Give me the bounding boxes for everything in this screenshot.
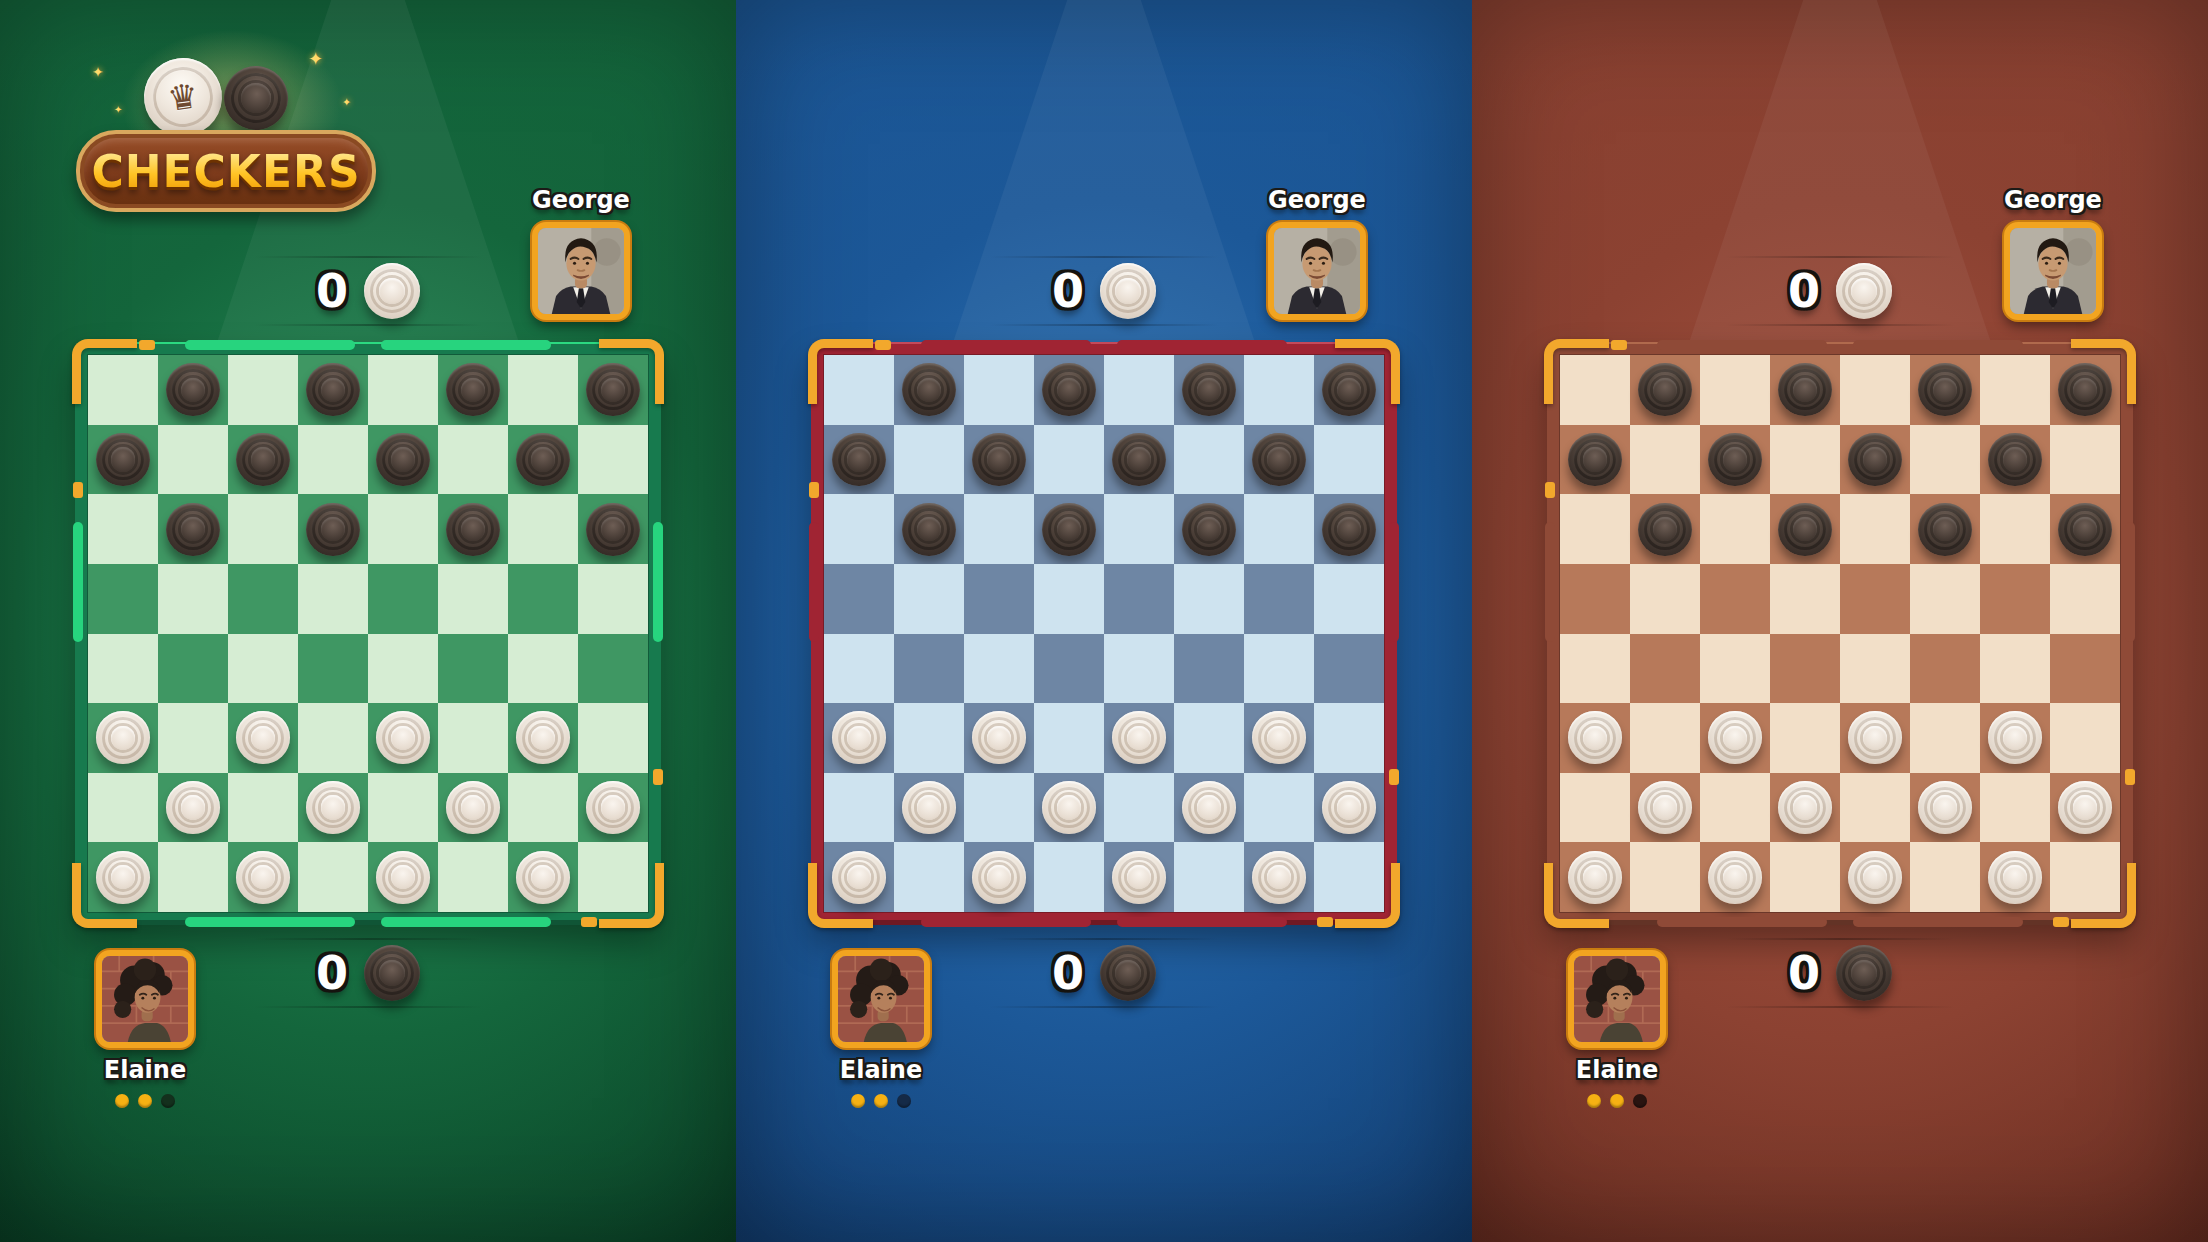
board-square[interactable]: [1910, 564, 1980, 634]
board-square[interactable]: [1560, 703, 1630, 773]
board-grid: [88, 355, 648, 912]
board-square[interactable]: [438, 494, 508, 564]
board-square[interactable]: [1770, 773, 1840, 843]
opponent-plate: George: [532, 186, 630, 320]
board-square[interactable]: [1174, 634, 1244, 704]
light-piece[interactable]: [236, 711, 289, 764]
light-piece[interactable]: [1182, 781, 1235, 834]
logo-dark-piece-icon: [218, 60, 294, 136]
board-square[interactable]: [2050, 703, 2120, 773]
board-square[interactable]: [508, 634, 578, 704]
light-piece[interactable]: [376, 851, 429, 904]
board-square[interactable]: [1910, 842, 1980, 912]
light-piece[interactable]: [1778, 781, 1831, 834]
board-square[interactable]: [1104, 355, 1174, 425]
board-square[interactable]: [1840, 355, 1910, 425]
board-square[interactable]: [298, 425, 368, 495]
dark-piece[interactable]: [1708, 433, 1761, 486]
light-piece[interactable]: [1322, 781, 1375, 834]
board-square[interactable]: [158, 634, 228, 704]
board-square[interactable]: [578, 425, 648, 495]
board-square[interactable]: [1104, 842, 1174, 912]
george-avatar[interactable]: [532, 222, 630, 320]
board-square[interactable]: [368, 425, 438, 495]
board-square[interactable]: [1314, 842, 1384, 912]
dark-piece[interactable]: [1112, 433, 1165, 486]
board-square[interactable]: [1174, 842, 1244, 912]
board-square[interactable]: [1560, 564, 1630, 634]
board-square[interactable]: [2050, 842, 2120, 912]
board-square[interactable]: [158, 425, 228, 495]
dark-piece[interactable]: [306, 503, 359, 556]
divider-line: [989, 1006, 1219, 1008]
board-square[interactable]: [1244, 703, 1314, 773]
dark-piece[interactable]: [2058, 503, 2111, 556]
board-square[interactable]: [578, 634, 648, 704]
board-square[interactable]: [508, 425, 578, 495]
george-avatar[interactable]: [1268, 222, 1366, 320]
elaine-avatar[interactable]: [832, 950, 930, 1048]
board-square[interactable]: [824, 842, 894, 912]
dark-piece[interactable]: [306, 363, 359, 416]
checkers-board: [1547, 342, 2133, 925]
board-square[interactable]: [824, 355, 894, 425]
board-square[interactable]: [1244, 425, 1314, 495]
board-square[interactable]: [1174, 564, 1244, 634]
board-square[interactable]: [228, 773, 298, 843]
board-square[interactable]: [438, 425, 508, 495]
board-square[interactable]: [298, 564, 368, 634]
dark-piece[interactable]: [1322, 503, 1375, 556]
dark-piece[interactable]: [166, 363, 219, 416]
elaine-avatar[interactable]: [96, 950, 194, 1048]
light-piece[interactable]: [376, 711, 429, 764]
player-name: Elaine: [104, 1056, 186, 1084]
board-square[interactable]: [578, 355, 648, 425]
light-piece[interactable]: [902, 781, 955, 834]
board-square[interactable]: [1630, 355, 1700, 425]
board-square[interactable]: [894, 425, 964, 495]
light-piece[interactable]: [1112, 711, 1165, 764]
board-square[interactable]: [1630, 634, 1700, 704]
divider-line: [989, 324, 1219, 326]
elaine-avatar[interactable]: [1568, 950, 1666, 1048]
board-square[interactable]: [1910, 494, 1980, 564]
board-square[interactable]: [1910, 634, 1980, 704]
board-square[interactable]: [298, 634, 368, 704]
board-square[interactable]: [894, 634, 964, 704]
board-square[interactable]: [438, 564, 508, 634]
board-square[interactable]: [1104, 703, 1174, 773]
board-square[interactable]: [1104, 494, 1174, 564]
board-square[interactable]: [1770, 842, 1840, 912]
board-square[interactable]: [1980, 425, 2050, 495]
board-square[interactable]: [228, 564, 298, 634]
board-square[interactable]: [438, 773, 508, 843]
dark-piece[interactable]: [1252, 433, 1305, 486]
dark-piece[interactable]: [586, 363, 639, 416]
dark-piece[interactable]: [376, 433, 429, 486]
board-square[interactable]: [1700, 773, 1770, 843]
dark-piece[interactable]: [1778, 503, 1831, 556]
board-square[interactable]: [824, 564, 894, 634]
board-square[interactable]: [508, 494, 578, 564]
board-square[interactable]: [508, 355, 578, 425]
board-square[interactable]: [964, 355, 1034, 425]
board-square[interactable]: [1314, 773, 1384, 843]
dark-piece[interactable]: [1042, 363, 1095, 416]
match-progress-dots: [115, 1094, 175, 1108]
light-piece[interactable]: [972, 851, 1025, 904]
board-square[interactable]: [2050, 494, 2120, 564]
light-piece-icon: [1100, 263, 1156, 319]
dark-piece[interactable]: [1988, 433, 2041, 486]
board-square[interactable]: [1840, 703, 1910, 773]
board-square[interactable]: [1980, 355, 2050, 425]
board-square[interactable]: [1910, 355, 1980, 425]
board-square[interactable]: [1770, 355, 1840, 425]
dark-piece[interactable]: [902, 363, 955, 416]
board-square[interactable]: [1034, 842, 1104, 912]
board-square[interactable]: [1244, 842, 1314, 912]
board-square[interactable]: [508, 842, 578, 912]
board-square[interactable]: [894, 355, 964, 425]
dark-piece[interactable]: [1568, 433, 1621, 486]
board-square[interactable]: [1314, 494, 1384, 564]
board-square[interactable]: [1630, 703, 1700, 773]
dark-piece[interactable]: [2058, 363, 2111, 416]
board-square[interactable]: [1244, 773, 1314, 843]
board-square[interactable]: [1700, 425, 1770, 495]
board-square[interactable]: [228, 703, 298, 773]
match-dot: [897, 1094, 911, 1108]
light-piece[interactable]: [96, 851, 149, 904]
opponent-score: 0: [1788, 268, 1820, 314]
board-square[interactable]: [88, 703, 158, 773]
board-square[interactable]: [1034, 703, 1104, 773]
board-square[interactable]: [438, 355, 508, 425]
board-square[interactable]: [228, 634, 298, 704]
board-square[interactable]: [88, 494, 158, 564]
board-square[interactable]: [1034, 773, 1104, 843]
board-square[interactable]: [158, 564, 228, 634]
dark-piece[interactable]: [1182, 503, 1235, 556]
board-square[interactable]: [508, 564, 578, 634]
board-square[interactable]: [1980, 494, 2050, 564]
board-square[interactable]: [578, 842, 648, 912]
board-square[interactable]: [228, 425, 298, 495]
board-square[interactable]: [158, 842, 228, 912]
board-square[interactable]: [1980, 564, 2050, 634]
board-square[interactable]: [228, 842, 298, 912]
board-square[interactable]: [1630, 425, 1700, 495]
board-square[interactable]: [824, 494, 894, 564]
dark-piece[interactable]: [1182, 363, 1235, 416]
dark-piece[interactable]: [1638, 503, 1691, 556]
board-square[interactable]: [964, 494, 1034, 564]
board-square[interactable]: [1840, 494, 1910, 564]
board-square[interactable]: [1630, 494, 1700, 564]
light-piece[interactable]: [1988, 851, 2041, 904]
match-dot: [1587, 1094, 1601, 1108]
board-square[interactable]: [368, 703, 438, 773]
board-square[interactable]: [1910, 425, 1980, 495]
board-square[interactable]: [1630, 842, 1700, 912]
board-square[interactable]: [158, 773, 228, 843]
board-square[interactable]: [964, 425, 1034, 495]
board-square[interactable]: [1104, 564, 1174, 634]
board-square[interactable]: [298, 703, 368, 773]
board-square[interactable]: [1034, 425, 1104, 495]
board-square[interactable]: [1560, 494, 1630, 564]
board-square[interactable]: [1840, 425, 1910, 495]
light-piece[interactable]: [2058, 781, 2111, 834]
opponent-score-area: 0: [989, 256, 1219, 326]
board-square[interactable]: [368, 773, 438, 843]
light-piece[interactable]: [586, 781, 639, 834]
light-piece[interactable]: [1252, 711, 1305, 764]
board-square[interactable]: [1314, 564, 1384, 634]
board-square[interactable]: [1174, 494, 1244, 564]
board-square[interactable]: [1770, 634, 1840, 704]
dark-piece[interactable]: [972, 433, 1025, 486]
board-square[interactable]: [824, 425, 894, 495]
board-square[interactable]: [1314, 425, 1384, 495]
board-square[interactable]: [1244, 355, 1314, 425]
board-square[interactable]: [1034, 634, 1104, 704]
board-square[interactable]: [1314, 634, 1384, 704]
light-piece[interactable]: [972, 711, 1025, 764]
board-square[interactable]: [1174, 703, 1244, 773]
opponent-name: George: [2004, 186, 2102, 214]
light-piece[interactable]: [1848, 851, 1901, 904]
light-piece[interactable]: [832, 711, 885, 764]
dark-piece[interactable]: [236, 433, 289, 486]
board-square[interactable]: [158, 355, 228, 425]
light-piece[interactable]: [1042, 781, 1095, 834]
board-square[interactable]: [964, 703, 1034, 773]
panel-wood-theme: 0 George: [1472, 0, 2208, 1242]
light-piece[interactable]: [832, 851, 885, 904]
board-square[interactable]: [1980, 634, 2050, 704]
board-square[interactable]: [368, 494, 438, 564]
board-square[interactable]: [894, 703, 964, 773]
board-square[interactable]: [894, 494, 964, 564]
board-square[interactable]: [1980, 842, 2050, 912]
dark-piece[interactable]: [902, 503, 955, 556]
board-square[interactable]: [368, 842, 438, 912]
light-piece[interactable]: [1112, 851, 1165, 904]
board-square[interactable]: [298, 355, 368, 425]
board-square[interactable]: [368, 355, 438, 425]
opponent-plate: George: [2004, 186, 2102, 320]
board-square[interactable]: [824, 703, 894, 773]
dark-piece[interactable]: [516, 433, 569, 486]
dark-piece[interactable]: [1918, 503, 1971, 556]
board-square[interactable]: [578, 703, 648, 773]
dark-piece[interactable]: [1848, 433, 1901, 486]
board-square[interactable]: [1770, 564, 1840, 634]
board-square[interactable]: [1244, 494, 1314, 564]
board-square[interactable]: [228, 494, 298, 564]
dark-piece[interactable]: [1638, 363, 1691, 416]
light-piece[interactable]: [1568, 851, 1621, 904]
board-square[interactable]: [1700, 703, 1770, 773]
light-piece[interactable]: [1252, 851, 1305, 904]
dark-piece[interactable]: [832, 433, 885, 486]
light-piece[interactable]: [1638, 781, 1691, 834]
board-square[interactable]: [964, 634, 1034, 704]
light-piece[interactable]: [1708, 711, 1761, 764]
board-square[interactable]: [158, 494, 228, 564]
dark-piece[interactable]: [166, 503, 219, 556]
dark-piece[interactable]: [446, 363, 499, 416]
board-square[interactable]: [1560, 355, 1630, 425]
board-square[interactable]: [1840, 634, 1910, 704]
board-square[interactable]: [824, 773, 894, 843]
board-square[interactable]: [578, 494, 648, 564]
board-square[interactable]: [894, 773, 964, 843]
dark-piece[interactable]: [1778, 363, 1831, 416]
george-avatar[interactable]: [2004, 222, 2102, 320]
light-piece[interactable]: [1568, 711, 1621, 764]
board-square[interactable]: [298, 494, 368, 564]
light-piece[interactable]: [516, 711, 569, 764]
board-square[interactable]: [1700, 842, 1770, 912]
board-square[interactable]: [438, 634, 508, 704]
board-square[interactable]: [1630, 564, 1700, 634]
dark-piece[interactable]: [586, 503, 639, 556]
board-square[interactable]: [1174, 773, 1244, 843]
player-name: Elaine: [840, 1056, 922, 1084]
board-square[interactable]: [578, 773, 648, 843]
dark-piece[interactable]: [1042, 503, 1095, 556]
board-square[interactable]: [298, 773, 368, 843]
board-square[interactable]: [228, 355, 298, 425]
board-square[interactable]: [824, 634, 894, 704]
board-square[interactable]: [88, 773, 158, 843]
board-square[interactable]: [1560, 634, 1630, 704]
board-square[interactable]: [964, 842, 1034, 912]
board-square[interactable]: [894, 842, 964, 912]
board-square[interactable]: [2050, 564, 2120, 634]
opponent-score: 0: [316, 268, 348, 314]
board-square[interactable]: [1980, 703, 2050, 773]
board-square[interactable]: [1560, 425, 1630, 495]
board-square[interactable]: [88, 634, 158, 704]
board-square[interactable]: [1840, 773, 1910, 843]
opponent-score-area: 0: [1725, 256, 1955, 326]
player-plate: Elaine: [832, 950, 930, 1108]
match-dot: [874, 1094, 888, 1108]
light-piece-icon: [364, 263, 420, 319]
board-square[interactable]: [1700, 634, 1770, 704]
dark-piece[interactable]: [1918, 363, 1971, 416]
dark-piece[interactable]: [1322, 363, 1375, 416]
light-piece[interactable]: [1988, 711, 2041, 764]
board-square[interactable]: [1314, 355, 1384, 425]
board-square[interactable]: [298, 842, 368, 912]
board-square[interactable]: [2050, 355, 2120, 425]
board-square[interactable]: [1560, 842, 1630, 912]
light-piece[interactable]: [96, 711, 149, 764]
board-square[interactable]: [1770, 703, 1840, 773]
logo-white-piece-icon: ♛: [139, 53, 227, 141]
board-square[interactable]: [1104, 773, 1174, 843]
board-square[interactable]: [1700, 494, 1770, 564]
board-square[interactable]: [1980, 773, 2050, 843]
board-square[interactable]: [964, 773, 1034, 843]
board-square[interactable]: [88, 425, 158, 495]
board-square[interactable]: [1840, 842, 1910, 912]
board-square[interactable]: [1700, 564, 1770, 634]
player-plate: Elaine: [1568, 950, 1666, 1108]
light-piece[interactable]: [236, 851, 289, 904]
dark-piece[interactable]: [96, 433, 149, 486]
board-square[interactable]: [368, 564, 438, 634]
board-square[interactable]: [438, 703, 508, 773]
board-square[interactable]: [88, 842, 158, 912]
board-square[interactable]: [2050, 634, 2120, 704]
board-grid: [1560, 355, 2120, 912]
match-dot: [138, 1094, 152, 1108]
board-square[interactable]: [368, 634, 438, 704]
light-piece[interactable]: [306, 781, 359, 834]
board-square[interactable]: [1034, 564, 1104, 634]
dark-piece[interactable]: [446, 503, 499, 556]
divider-line: [253, 1006, 483, 1008]
light-piece[interactable]: [1708, 851, 1761, 904]
board-square[interactable]: [2050, 773, 2120, 843]
board-square[interactable]: [1244, 564, 1314, 634]
light-piece[interactable]: [1918, 781, 1971, 834]
board-square[interactable]: [1244, 634, 1314, 704]
player-score: 0: [1788, 950, 1820, 996]
board-square[interactable]: [1770, 494, 1840, 564]
board-square[interactable]: [1910, 773, 1980, 843]
board-square[interactable]: [894, 564, 964, 634]
board-square[interactable]: [1174, 425, 1244, 495]
light-piece[interactable]: [1848, 711, 1901, 764]
board-square[interactable]: [1314, 703, 1384, 773]
board-square[interactable]: [1840, 564, 1910, 634]
light-piece[interactable]: [166, 781, 219, 834]
board-square[interactable]: [438, 842, 508, 912]
light-piece[interactable]: [446, 781, 499, 834]
board-square[interactable]: [1630, 773, 1700, 843]
board-square[interactable]: [964, 564, 1034, 634]
board-square[interactable]: [1700, 355, 1770, 425]
board-square[interactable]: [578, 564, 648, 634]
board-square[interactable]: [88, 564, 158, 634]
board-square[interactable]: [1560, 773, 1630, 843]
board-square[interactable]: [1104, 634, 1174, 704]
board-square[interactable]: [1034, 355, 1104, 425]
board-square[interactable]: [1104, 425, 1174, 495]
board-square[interactable]: [88, 355, 158, 425]
board-square[interactable]: [2050, 425, 2120, 495]
board-square[interactable]: [508, 773, 578, 843]
board-square[interactable]: [1910, 703, 1980, 773]
board-square[interactable]: [158, 703, 228, 773]
board-square[interactable]: [1034, 494, 1104, 564]
board-square[interactable]: [1770, 425, 1840, 495]
board-square[interactable]: [1174, 355, 1244, 425]
checkers-theme-comparison-screen: ✦ ✦ ✦ ✦ ♛ CHECKERS 0 George: [0, 0, 2208, 1242]
light-piece[interactable]: [516, 851, 569, 904]
opponent-name: George: [532, 186, 630, 214]
board-square[interactable]: [508, 703, 578, 773]
